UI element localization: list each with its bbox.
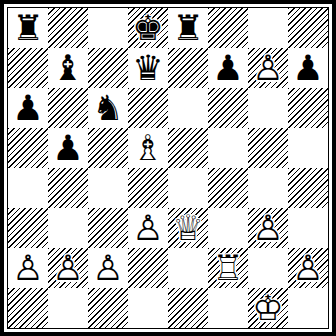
square-c5[interactable] <box>88 128 128 168</box>
piece-white-rook-f2: ♖ <box>208 248 248 288</box>
piece-white-pawn-b2: ♙ <box>48 248 88 288</box>
square-d6[interactable] <box>128 88 168 128</box>
piece-halo: ♟ <box>288 48 328 88</box>
square-a2[interactable]: ♟♙ <box>8 248 48 288</box>
square-c4[interactable] <box>88 168 128 208</box>
piece-black-knight-c6: ♞ <box>88 88 128 128</box>
piece-halo: ♚ <box>128 8 168 48</box>
square-d5[interactable]: ♝♗ <box>128 128 168 168</box>
piece-black-rook-a8: ♜ <box>8 8 48 48</box>
square-d3[interactable]: ♟♙ <box>128 208 168 248</box>
piece-halo: ♝ <box>128 128 168 168</box>
square-g4[interactable] <box>248 168 288 208</box>
board-border: ♜♜♚♚♜♜♝♝♛♛♟♟♟♙♟♟♟♟♞♞♟♟♝♗♟♙♛♕♟♙♟♙♟♙♟♙♜♖♟♙… <box>7 7 329 329</box>
square-a6[interactable]: ♟♟ <box>8 88 48 128</box>
piece-white-pawn-h2: ♙ <box>288 248 328 288</box>
piece-black-pawn-f7: ♟ <box>208 48 248 88</box>
square-h5[interactable] <box>288 128 328 168</box>
square-e8[interactable]: ♜♜ <box>168 8 208 48</box>
piece-black-queen-d7: ♛ <box>128 48 168 88</box>
piece-black-pawn-b5: ♟ <box>48 128 88 168</box>
square-d7[interactable]: ♛♛ <box>128 48 168 88</box>
piece-halo: ♜ <box>168 8 208 48</box>
square-c7[interactable] <box>88 48 128 88</box>
square-a7[interactable] <box>8 48 48 88</box>
square-g2[interactable] <box>248 248 288 288</box>
square-b6[interactable] <box>48 88 88 128</box>
square-f2[interactable]: ♜♖ <box>208 248 248 288</box>
square-f1[interactable] <box>208 288 248 328</box>
piece-halo: ♝ <box>48 48 88 88</box>
square-f7[interactable]: ♟♟ <box>208 48 248 88</box>
square-e5[interactable] <box>168 128 208 168</box>
square-g7[interactable]: ♟♙ <box>248 48 288 88</box>
square-e6[interactable] <box>168 88 208 128</box>
piece-white-pawn-a2: ♙ <box>8 248 48 288</box>
piece-halo: ♟ <box>208 48 248 88</box>
square-a8[interactable]: ♜♜ <box>8 8 48 48</box>
piece-black-pawn-a6: ♟ <box>8 88 48 128</box>
piece-halo: ♜ <box>8 8 48 48</box>
square-g5[interactable] <box>248 128 288 168</box>
square-c1[interactable] <box>88 288 128 328</box>
square-c6[interactable]: ♞♞ <box>88 88 128 128</box>
square-a3[interactable] <box>8 208 48 248</box>
piece-white-pawn-d3: ♙ <box>128 208 168 248</box>
square-d1[interactable] <box>128 288 168 328</box>
square-e3[interactable]: ♛♕ <box>168 208 208 248</box>
square-c2[interactable]: ♟♙ <box>88 248 128 288</box>
piece-halo: ♛ <box>128 48 168 88</box>
square-a1[interactable] <box>8 288 48 328</box>
square-f5[interactable] <box>208 128 248 168</box>
piece-halo: ♟ <box>8 248 48 288</box>
square-g8[interactable] <box>248 8 288 48</box>
piece-halo: ♟ <box>128 208 168 248</box>
square-b7[interactable]: ♝♝ <box>48 48 88 88</box>
piece-white-pawn-g7: ♙ <box>248 48 288 88</box>
square-b4[interactable] <box>48 168 88 208</box>
piece-white-pawn-c2: ♙ <box>88 248 128 288</box>
square-f8[interactable] <box>208 8 248 48</box>
square-h2[interactable]: ♟♙ <box>288 248 328 288</box>
square-f3[interactable] <box>208 208 248 248</box>
square-e7[interactable] <box>168 48 208 88</box>
square-d2[interactable] <box>128 248 168 288</box>
piece-halo: ♟ <box>48 248 88 288</box>
piece-halo: ♚ <box>248 288 288 328</box>
square-a4[interactable] <box>8 168 48 208</box>
square-a5[interactable] <box>8 128 48 168</box>
piece-halo: ♜ <box>208 248 248 288</box>
piece-halo: ♟ <box>8 88 48 128</box>
square-d8[interactable]: ♚♚ <box>128 8 168 48</box>
piece-white-king-g1: ♔ <box>248 288 288 328</box>
square-h8[interactable] <box>288 8 328 48</box>
piece-white-queen-e3: ♕ <box>168 208 208 248</box>
square-h6[interactable] <box>288 88 328 128</box>
piece-black-pawn-h7: ♟ <box>288 48 328 88</box>
square-g6[interactable] <box>248 88 288 128</box>
square-d4[interactable] <box>128 168 168 208</box>
square-g1[interactable]: ♚♔ <box>248 288 288 328</box>
square-f6[interactable] <box>208 88 248 128</box>
square-g3[interactable]: ♟♙ <box>248 208 288 248</box>
square-c3[interactable] <box>88 208 128 248</box>
piece-halo: ♟ <box>248 208 288 248</box>
square-h7[interactable]: ♟♟ <box>288 48 328 88</box>
piece-halo: ♞ <box>88 88 128 128</box>
square-b8[interactable] <box>48 8 88 48</box>
piece-halo: ♟ <box>88 248 128 288</box>
piece-halo: ♟ <box>248 48 288 88</box>
piece-black-bishop-b7: ♝ <box>48 48 88 88</box>
square-h4[interactable] <box>288 168 328 208</box>
square-b3[interactable] <box>48 208 88 248</box>
square-h1[interactable] <box>288 288 328 328</box>
square-f4[interactable] <box>208 168 248 208</box>
chess-board: ♜♜♚♚♜♜♝♝♛♛♟♟♟♙♟♟♟♟♞♞♟♟♝♗♟♙♛♕♟♙♟♙♟♙♟♙♜♖♟♙… <box>8 8 328 328</box>
diagram-frame: ♜♜♚♚♜♜♝♝♛♛♟♟♟♙♟♟♟♟♞♞♟♟♝♗♟♙♛♕♟♙♟♙♟♙♟♙♜♖♟♙… <box>0 0 336 336</box>
square-h3[interactable] <box>288 208 328 248</box>
piece-halo: ♟ <box>288 248 328 288</box>
square-b2[interactable]: ♟♙ <box>48 248 88 288</box>
piece-white-bishop-d5: ♗ <box>128 128 168 168</box>
square-b5[interactable]: ♟♟ <box>48 128 88 168</box>
piece-halo: ♟ <box>48 128 88 168</box>
square-b1[interactable] <box>48 288 88 328</box>
square-e4[interactable] <box>168 168 208 208</box>
piece-black-king-d8: ♚ <box>128 8 168 48</box>
square-e1[interactable] <box>168 288 208 328</box>
piece-black-rook-e8: ♜ <box>168 8 208 48</box>
piece-halo: ♛ <box>168 208 208 248</box>
square-e2[interactable] <box>168 248 208 288</box>
piece-white-pawn-g3: ♙ <box>248 208 288 248</box>
square-c8[interactable] <box>88 8 128 48</box>
